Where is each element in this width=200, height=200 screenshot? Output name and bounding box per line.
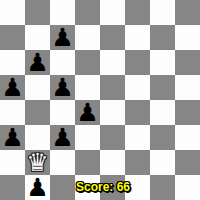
square-f2[interactable]: [125, 150, 150, 175]
square-d4[interactable]: ♟: [75, 100, 100, 125]
square-g5[interactable]: [150, 75, 175, 100]
square-f7[interactable]: [125, 25, 150, 50]
black-pawn-c7[interactable]: ♟: [50, 25, 75, 50]
square-e5[interactable]: [100, 75, 125, 100]
square-d7[interactable]: [75, 25, 100, 50]
square-g2[interactable]: [150, 150, 175, 175]
square-a2[interactable]: [0, 150, 25, 175]
square-d2[interactable]: [75, 150, 100, 175]
score-label: Score: 66: [76, 180, 130, 195]
square-d8[interactable]: [75, 0, 100, 25]
square-h1[interactable]: [175, 175, 200, 200]
square-e7[interactable]: [100, 25, 125, 50]
square-g6[interactable]: [150, 50, 175, 75]
square-c2[interactable]: [50, 150, 75, 175]
square-e4[interactable]: [100, 100, 125, 125]
square-d6[interactable]: [75, 50, 100, 75]
square-c7[interactable]: ♟: [50, 25, 75, 50]
square-b5[interactable]: [25, 75, 50, 100]
square-c8[interactable]: [50, 0, 75, 25]
square-f8[interactable]: [125, 0, 150, 25]
square-d5[interactable]: [75, 75, 100, 100]
square-c6[interactable]: [50, 50, 75, 75]
square-e3[interactable]: [100, 125, 125, 150]
black-pawn-b6[interactable]: ♟: [25, 50, 50, 75]
square-e2[interactable]: [100, 150, 125, 175]
chess-board: ♟♟♟♟♟♟♟♛♟Score: 66: [0, 0, 200, 200]
square-h4[interactable]: [175, 100, 200, 125]
square-h8[interactable]: [175, 0, 200, 25]
square-g7[interactable]: [150, 25, 175, 50]
black-pawn-c5[interactable]: ♟: [50, 75, 75, 100]
square-e8[interactable]: [100, 0, 125, 25]
black-pawn-b1[interactable]: ♟: [25, 175, 50, 200]
square-c1[interactable]: [50, 175, 75, 200]
square-h5[interactable]: [175, 75, 200, 100]
square-f4[interactable]: [125, 100, 150, 125]
black-pawn-d4[interactable]: ♟: [75, 100, 100, 125]
square-f6[interactable]: [125, 50, 150, 75]
square-c3[interactable]: ♟: [50, 125, 75, 150]
square-e6[interactable]: [100, 50, 125, 75]
square-h7[interactable]: [175, 25, 200, 50]
square-h6[interactable]: [175, 50, 200, 75]
square-a4[interactable]: [0, 100, 25, 125]
square-b1[interactable]: ♟: [25, 175, 50, 200]
square-d3[interactable]: [75, 125, 100, 150]
black-pawn-a3[interactable]: ♟: [0, 125, 25, 150]
square-c5[interactable]: ♟: [50, 75, 75, 100]
square-g1[interactable]: [150, 175, 175, 200]
square-b3[interactable]: [25, 125, 50, 150]
square-b2[interactable]: ♛: [25, 150, 50, 175]
square-b7[interactable]: [25, 25, 50, 50]
square-g3[interactable]: [150, 125, 175, 150]
square-a8[interactable]: [0, 0, 25, 25]
square-h2[interactable]: [175, 150, 200, 175]
square-a5[interactable]: ♟: [0, 75, 25, 100]
square-a6[interactable]: [0, 50, 25, 75]
square-g4[interactable]: [150, 100, 175, 125]
square-h3[interactable]: [175, 125, 200, 150]
square-f3[interactable]: [125, 125, 150, 150]
square-a3[interactable]: ♟: [0, 125, 25, 150]
square-a1[interactable]: [0, 175, 25, 200]
black-pawn-a5[interactable]: ♟: [0, 75, 25, 100]
square-f5[interactable]: [125, 75, 150, 100]
black-pawn-c3[interactable]: ♟: [50, 125, 75, 150]
square-a7[interactable]: [0, 25, 25, 50]
white-queen-b2[interactable]: ♛: [25, 150, 50, 175]
square-b6[interactable]: ♟: [25, 50, 50, 75]
square-b4[interactable]: [25, 100, 50, 125]
square-c4[interactable]: [50, 100, 75, 125]
square-g8[interactable]: [150, 0, 175, 25]
square-b8[interactable]: [25, 0, 50, 25]
